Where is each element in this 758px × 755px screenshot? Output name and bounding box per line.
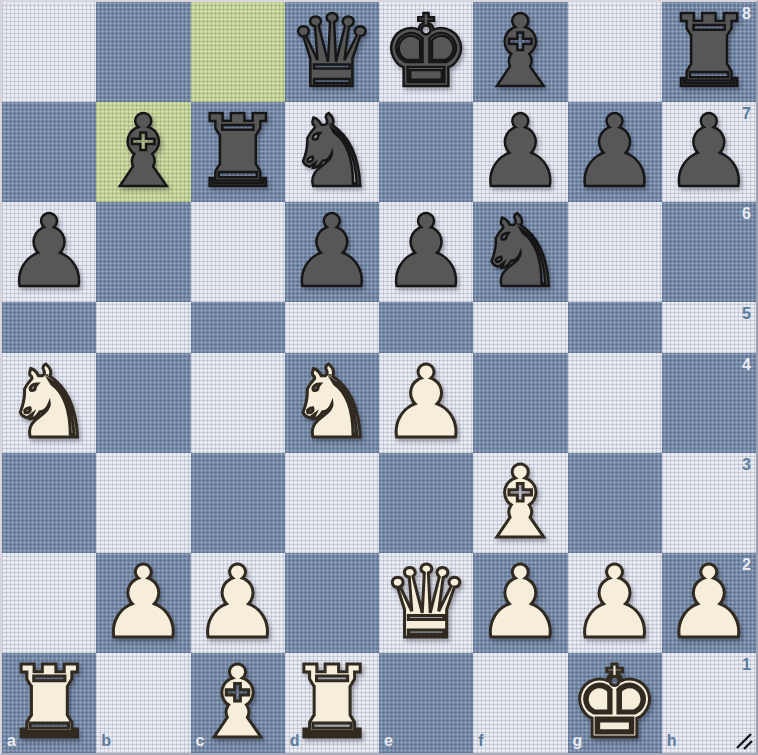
piece-white-pawn[interactable]: ♟ (381, 353, 471, 453)
square-d7[interactable]: ♞ (285, 102, 379, 202)
square-h3[interactable]: 3 (662, 453, 756, 553)
piece-white-pawn[interactable]: ♟ (99, 553, 189, 653)
square-a7[interactable] (2, 102, 96, 202)
piece-white-rook[interactable]: ♜ (4, 653, 94, 753)
resize-handle-icon[interactable] (734, 731, 754, 751)
piece-white-king[interactable]: ♚ (570, 653, 660, 753)
piece-black-pawn[interactable]: ♟ (476, 102, 566, 202)
piece-black-knight[interactable]: ♞ (287, 102, 377, 202)
piece-black-rook[interactable]: ♜ (664, 2, 754, 102)
square-e2[interactable]: ♛ (379, 553, 473, 653)
square-h7[interactable]: 7♟ (662, 102, 756, 202)
square-b7[interactable]: ♝ (96, 102, 190, 202)
square-f6[interactable]: ♞ (473, 202, 567, 302)
square-f8[interactable]: ♝ (473, 2, 567, 102)
square-d4[interactable]: ♞ (285, 353, 379, 453)
square-d8[interactable]: ♛ (285, 2, 379, 102)
square-g6[interactable] (568, 202, 662, 302)
square-d2[interactable] (285, 553, 379, 653)
square-c6[interactable] (191, 202, 285, 302)
file-label-f: f (478, 733, 483, 749)
square-g3[interactable] (568, 453, 662, 553)
piece-white-knight[interactable]: ♞ (287, 353, 377, 453)
square-c4[interactable] (191, 353, 285, 453)
square-b2[interactable]: ♟ (96, 553, 190, 653)
square-b6[interactable] (96, 202, 190, 302)
square-e6[interactable]: ♟ (379, 202, 473, 302)
square-b3[interactable] (96, 453, 190, 553)
square-a3[interactable] (2, 453, 96, 553)
square-c3[interactable] (191, 453, 285, 553)
square-g7[interactable]: ♟ (568, 102, 662, 202)
square-d6[interactable]: ♟ (285, 202, 379, 302)
piece-black-pawn[interactable]: ♟ (664, 102, 754, 202)
piece-white-knight[interactable]: ♞ (4, 353, 94, 453)
square-f2[interactable]: ♟ (473, 553, 567, 653)
piece-black-rook[interactable]: ♜ (193, 102, 283, 202)
square-e8[interactable]: ♚ (379, 2, 473, 102)
square-f3[interactable]: ♝ (473, 453, 567, 553)
square-b8[interactable] (96, 2, 190, 102)
square-a2[interactable] (2, 553, 96, 653)
square-b5[interactable] (96, 302, 190, 353)
square-c5[interactable] (191, 302, 285, 353)
piece-white-pawn[interactable]: ♟ (664, 553, 754, 653)
square-c8[interactable] (191, 2, 285, 102)
square-f1[interactable]: f (473, 653, 567, 753)
piece-black-pawn[interactable]: ♟ (287, 202, 377, 302)
piece-black-knight[interactable]: ♞ (476, 202, 566, 302)
square-d1[interactable]: d♜ (285, 653, 379, 753)
square-g1[interactable]: g♚ (568, 653, 662, 753)
square-c7[interactable]: ♜ (191, 102, 285, 202)
piece-white-bishop[interactable]: ♝ (476, 453, 566, 553)
piece-white-rook[interactable]: ♜ (287, 653, 377, 753)
file-label-h: h (667, 733, 677, 749)
file-label-e: e (384, 733, 393, 749)
square-d3[interactable] (285, 453, 379, 553)
square-f4[interactable] (473, 353, 567, 453)
piece-black-queen[interactable]: ♛ (287, 2, 377, 102)
square-b4[interactable] (96, 353, 190, 453)
piece-white-pawn[interactable]: ♟ (476, 553, 566, 653)
chess-board: ♛♚♝8♜♝♜♞♟♟7♟♟♟♟♞65♞♞♟4♝3♟♟♛♟♟2♟a♜bc♝d♜ef… (0, 0, 758, 755)
square-a8[interactable] (2, 2, 96, 102)
square-c2[interactable]: ♟ (191, 553, 285, 653)
square-f7[interactable]: ♟ (473, 102, 567, 202)
piece-white-pawn[interactable]: ♟ (193, 553, 283, 653)
file-label-b: b (101, 733, 111, 749)
square-h8[interactable]: 8♜ (662, 2, 756, 102)
square-g8[interactable] (568, 2, 662, 102)
piece-black-pawn[interactable]: ♟ (381, 202, 471, 302)
square-e4[interactable]: ♟ (379, 353, 473, 453)
rank-label-4: 4 (742, 357, 751, 373)
square-c1[interactable]: c♝ (191, 653, 285, 753)
piece-white-bishop[interactable]: ♝ (193, 653, 283, 753)
square-a1[interactable]: a♜ (2, 653, 96, 753)
square-h5[interactable]: 5 (662, 302, 756, 353)
square-e1[interactable]: e (379, 653, 473, 753)
square-g2[interactable]: ♟ (568, 553, 662, 653)
square-e3[interactable] (379, 453, 473, 553)
square-h4[interactable]: 4 (662, 353, 756, 453)
square-g5[interactable] (568, 302, 662, 353)
square-a6[interactable]: ♟ (2, 202, 96, 302)
square-e7[interactable] (379, 102, 473, 202)
square-h2[interactable]: 2♟ (662, 553, 756, 653)
piece-black-bishop[interactable]: ♝ (99, 102, 189, 202)
piece-black-king[interactable]: ♚ (381, 2, 471, 102)
square-a4[interactable]: ♞ (2, 353, 96, 453)
piece-white-queen[interactable]: ♛ (381, 553, 471, 653)
piece-black-pawn[interactable]: ♟ (570, 102, 660, 202)
square-b1[interactable]: b (96, 653, 190, 753)
square-h6[interactable]: 6 (662, 202, 756, 302)
piece-black-pawn[interactable]: ♟ (4, 202, 94, 302)
rank-label-3: 3 (742, 457, 751, 473)
square-g4[interactable] (568, 353, 662, 453)
piece-white-pawn[interactable]: ♟ (570, 553, 660, 653)
rank-label-5: 5 (742, 306, 751, 322)
piece-black-bishop[interactable]: ♝ (476, 2, 566, 102)
